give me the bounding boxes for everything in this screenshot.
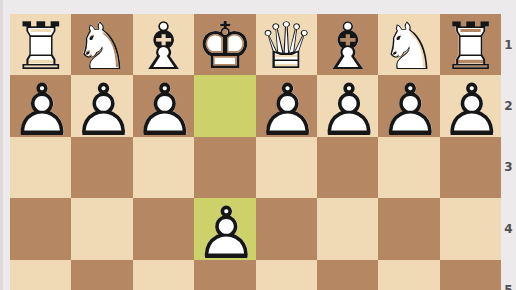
square-b4[interactable] [378,198,439,259]
square-c2[interactable]: ♟♙ [317,75,378,136]
piece-white-bishop[interactable]: ♝♗ [317,14,378,75]
square-c1[interactable]: ♝♗ [317,14,378,75]
square-b3[interactable] [378,137,439,198]
square-e3[interactable] [194,137,255,198]
rank-label-1: 1 [501,14,516,75]
square-h5[interactable] [10,260,71,290]
piece-white-pawn[interactable]: ♟♙ [317,75,378,136]
square-d2[interactable]: ♟♙ [256,75,317,136]
square-b1[interactable]: ♞♘ [378,14,439,75]
rank-label-3: 3 [501,137,516,198]
white-king-icon: ♔ [196,14,253,78]
rank-label-5: 5 [501,260,516,290]
piece-white-king[interactable]: ♚♔ [194,14,255,75]
square-f3[interactable] [133,137,194,198]
square-h3[interactable] [10,137,71,198]
square-e2[interactable] [194,75,255,136]
rank-label-2: 2 [501,75,516,136]
piece-white-pawn[interactable]: ♟♙ [71,75,132,136]
piece-white-rook[interactable]: ♜♖ [440,14,501,75]
square-b5[interactable] [378,260,439,290]
square-g1[interactable]: ♞♘ [71,14,132,75]
square-f5[interactable] [133,260,194,290]
rank-label-column: 12345 [501,14,516,290]
piece-white-bishop[interactable]: ♝♗ [133,14,194,75]
square-d4[interactable] [256,198,317,259]
square-h1[interactable]: ♜♖ [10,14,71,75]
square-a5[interactable] [440,260,501,290]
square-c5[interactable] [317,260,378,290]
square-f4[interactable] [133,198,194,259]
piece-white-pawn[interactable]: ♟♙ [194,198,255,259]
square-b2[interactable]: ♟♙ [378,75,439,136]
square-a4[interactable] [440,198,501,259]
chess-board-page: ♜♖♞♘♝♗♚♔♛♕♝♗♞♘♜♖♟♙♟♙♟♙♟♙♟♙♟♙♟♙♟♙ 12345 [0,0,516,290]
piece-white-knight[interactable]: ♞♘ [71,14,132,75]
square-d5[interactable] [256,260,317,290]
piece-white-pawn[interactable]: ♟♙ [256,75,317,136]
square-g3[interactable] [71,137,132,198]
square-e5[interactable] [194,260,255,290]
square-c4[interactable] [317,198,378,259]
square-h2[interactable]: ♟♙ [10,75,71,136]
square-c3[interactable] [317,137,378,198]
piece-white-knight[interactable]: ♞♘ [378,14,439,75]
chess-board: ♜♖♞♘♝♗♚♔♛♕♝♗♞♘♜♖♟♙♟♙♟♙♟♙♟♙♟♙♟♙♟♙ [10,14,501,290]
square-h4[interactable] [10,198,71,259]
piece-white-rook[interactable]: ♜♖ [10,14,71,75]
square-d3[interactable] [256,137,317,198]
piece-white-pawn[interactable]: ♟♙ [440,75,501,136]
left-edge-strip [0,0,3,290]
piece-white-queen[interactable]: ♛♕ [256,14,317,75]
square-f2[interactable]: ♟♙ [133,75,194,136]
piece-white-pawn[interactable]: ♟♙ [378,75,439,136]
square-f1[interactable]: ♝♗ [133,14,194,75]
square-g2[interactable]: ♟♙ [71,75,132,136]
piece-white-pawn[interactable]: ♟♙ [10,75,71,136]
square-g4[interactable] [71,198,132,259]
square-a3[interactable] [440,137,501,198]
square-a2[interactable]: ♟♙ [440,75,501,136]
square-g5[interactable] [71,260,132,290]
square-d1[interactable]: ♛♕ [256,14,317,75]
square-e1[interactable]: ♚♔ [194,14,255,75]
square-a1[interactable]: ♜♖ [440,14,501,75]
square-e4[interactable]: ♟♙ [194,198,255,259]
piece-white-pawn[interactable]: ♟♙ [133,75,194,136]
rank-label-4: 4 [501,198,516,259]
